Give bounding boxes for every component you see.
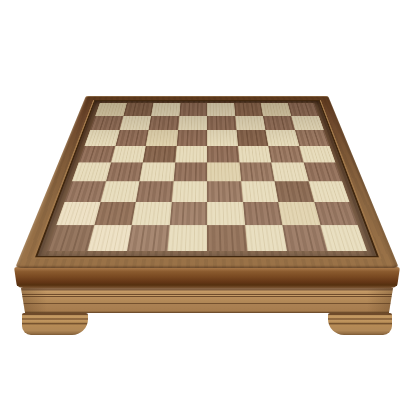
square-c6[interactable] — [146, 130, 178, 145]
square-g6[interactable] — [265, 130, 298, 145]
square-e6[interactable] — [207, 130, 238, 145]
square-h1[interactable] — [320, 225, 367, 251]
square-b8[interactable] — [123, 103, 153, 116]
board-top-surface — [15, 96, 399, 268]
square-d8[interactable] — [179, 103, 207, 116]
square-b6[interactable] — [115, 130, 148, 145]
square-c3[interactable] — [136, 181, 173, 202]
square-c1[interactable] — [127, 225, 169, 251]
square-c4[interactable] — [139, 162, 174, 181]
product-photo — [0, 0, 416, 416]
square-e2[interactable] — [207, 202, 245, 225]
square-d7[interactable] — [178, 116, 207, 130]
storage-base — [21, 288, 393, 313]
square-b2[interactable] — [94, 202, 136, 225]
square-f8[interactable] — [234, 103, 263, 116]
square-h3[interactable] — [308, 181, 349, 202]
square-b4[interactable] — [106, 162, 143, 181]
square-f2[interactable] — [243, 202, 283, 225]
square-f3[interactable] — [241, 181, 278, 202]
board-tray — [35, 100, 379, 257]
square-a4[interactable] — [72, 162, 111, 181]
square-h4[interactable] — [303, 162, 342, 181]
square-f5[interactable] — [238, 146, 272, 163]
square-d4[interactable] — [173, 162, 207, 181]
square-h7[interactable] — [291, 116, 324, 130]
square-e5[interactable] — [207, 146, 239, 163]
square-g5[interactable] — [268, 146, 303, 163]
square-a2[interactable] — [56, 202, 100, 225]
square-d3[interactable] — [171, 181, 207, 202]
square-c5[interactable] — [143, 146, 177, 163]
square-g8[interactable] — [261, 103, 291, 116]
chess-board-grid — [47, 103, 367, 251]
square-a6[interactable] — [85, 130, 120, 145]
left-foot — [22, 313, 88, 335]
square-d1[interactable] — [167, 225, 207, 251]
square-b7[interactable] — [119, 116, 151, 130]
square-h8[interactable] — [287, 103, 318, 116]
square-e3[interactable] — [207, 181, 243, 202]
square-h5[interactable] — [299, 146, 336, 163]
square-e8[interactable] — [207, 103, 235, 116]
square-h6[interactable] — [295, 130, 330, 145]
square-e7[interactable] — [207, 116, 236, 130]
square-b5[interactable] — [111, 146, 146, 163]
square-e1[interactable] — [207, 225, 247, 251]
square-f1[interactable] — [245, 225, 287, 251]
square-c2[interactable] — [132, 202, 172, 225]
square-a8[interactable] — [95, 103, 126, 116]
square-b1[interactable] — [87, 225, 132, 251]
square-g7[interactable] — [263, 116, 295, 130]
square-a5[interactable] — [79, 146, 116, 163]
square-b3[interactable] — [100, 181, 139, 202]
square-a3[interactable] — [65, 181, 106, 202]
square-f4[interactable] — [239, 162, 274, 181]
square-c7[interactable] — [149, 116, 179, 130]
square-g4[interactable] — [271, 162, 308, 181]
square-g3[interactable] — [275, 181, 314, 202]
right-foot — [328, 313, 392, 335]
square-e4[interactable] — [207, 162, 241, 181]
square-d6[interactable] — [176, 130, 207, 145]
square-f6[interactable] — [236, 130, 268, 145]
square-c8[interactable] — [151, 103, 180, 116]
square-g2[interactable] — [278, 202, 320, 225]
square-a7[interactable] — [90, 116, 123, 130]
square-d2[interactable] — [169, 202, 207, 225]
square-f7[interactable] — [235, 116, 265, 130]
square-d5[interactable] — [175, 146, 207, 163]
frame-front-edge — [14, 267, 400, 288]
chess-board-box — [0, 0, 416, 416]
square-h2[interactable] — [314, 202, 358, 225]
